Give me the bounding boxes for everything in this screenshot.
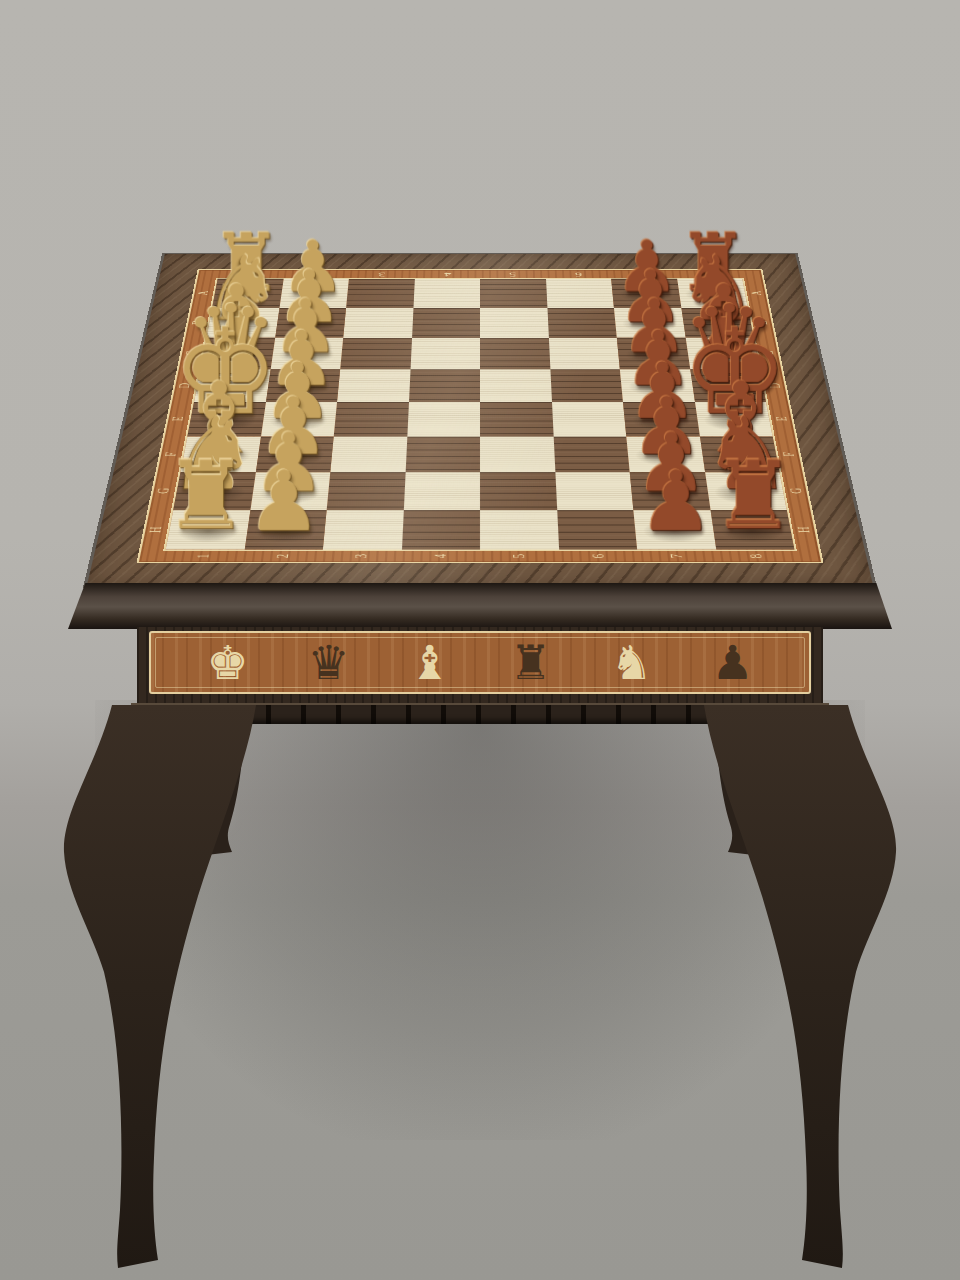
- table-leg-front-left: [64, 705, 256, 1268]
- table-legs: [0, 0, 960, 1280]
- table-leg-front-right: [704, 705, 896, 1268]
- photo-of-chess-table: { "game": "chess", "position": { "fen": …: [0, 0, 960, 1280]
